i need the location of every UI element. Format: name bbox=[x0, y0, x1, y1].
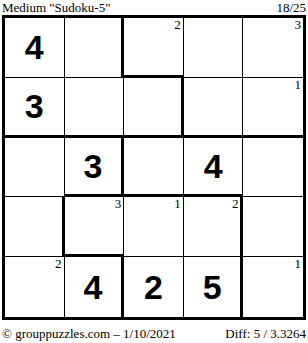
corner-mark: 3 bbox=[294, 18, 301, 32]
corner-mark: 1 bbox=[294, 78, 301, 92]
cell-r5c2[interactable]: 4 bbox=[65, 257, 125, 317]
corner-mark: 2 bbox=[232, 197, 239, 211]
cell-r4c3[interactable]: 1 bbox=[124, 197, 184, 257]
copyright-credit: © grouppuzzles.com – 1/10/2021 bbox=[2, 326, 176, 341]
cell-r1c2[interactable] bbox=[65, 18, 125, 78]
cell-r5c1[interactable]: 2 bbox=[5, 257, 65, 317]
cell-r1c4[interactable] bbox=[184, 18, 244, 78]
cell-r3c2[interactable]: 3 bbox=[65, 138, 125, 198]
cell-r5c5[interactable]: 1 bbox=[243, 257, 303, 317]
cell-value: 2 bbox=[144, 270, 163, 304]
cell-value: 4 bbox=[25, 30, 44, 64]
cell-r3c5[interactable] bbox=[243, 138, 303, 198]
cell-r3c4[interactable]: 4 bbox=[184, 138, 244, 198]
cell-value: 4 bbox=[83, 270, 102, 304]
corner-mark: 1 bbox=[294, 257, 301, 271]
cell-r5c4[interactable]: 5 bbox=[184, 257, 244, 317]
cell-r4c1[interactable] bbox=[5, 197, 65, 257]
cell-r2c4[interactable] bbox=[184, 78, 244, 138]
sudoku-board: 4 2 3 3 bbox=[2, 15, 306, 320]
cell-r2c5[interactable]: 1 bbox=[243, 78, 303, 138]
puzzle-title: Medium "Sudoku-5" bbox=[2, 0, 110, 15]
cell-r3c3[interactable] bbox=[124, 138, 184, 198]
difficulty-label: Diff: 5 / 3.3264 bbox=[225, 326, 306, 341]
cell-value: 5 bbox=[203, 270, 222, 304]
cell-r4c4[interactable]: 2 bbox=[184, 197, 244, 257]
header: Medium "Sudoku-5" 18/25 bbox=[2, 0, 306, 15]
cell-r5c3[interactable]: 2 bbox=[124, 257, 184, 317]
cell-r2c1[interactable]: 3 bbox=[5, 78, 65, 138]
cell-r2c2[interactable] bbox=[65, 78, 125, 138]
cell-r2c3[interactable] bbox=[124, 78, 184, 138]
cell-r1c5[interactable]: 3 bbox=[243, 18, 303, 78]
corner-mark: 1 bbox=[174, 197, 181, 211]
puzzle-counter: 18/25 bbox=[276, 0, 306, 15]
cell-value: 3 bbox=[83, 149, 102, 183]
cell-value: 4 bbox=[204, 149, 223, 183]
corner-mark: 2 bbox=[174, 18, 181, 32]
cell-r3c1[interactable] bbox=[5, 138, 65, 198]
corner-mark: 2 bbox=[55, 257, 62, 271]
cell-r1c1[interactable]: 4 bbox=[5, 18, 65, 78]
corner-mark: 3 bbox=[115, 197, 122, 211]
cell-r4c5[interactable] bbox=[243, 197, 303, 257]
cell-r4c2[interactable]: 3 bbox=[65, 197, 125, 257]
cell-r1c3[interactable]: 2 bbox=[124, 18, 184, 78]
cell-value: 3 bbox=[25, 89, 44, 123]
footer: © grouppuzzles.com – 1/10/2021 Diff: 5 /… bbox=[2, 326, 306, 341]
puzzle-page: Medium "Sudoku-5" 18/25 4 2 3 3 bbox=[0, 0, 308, 343]
